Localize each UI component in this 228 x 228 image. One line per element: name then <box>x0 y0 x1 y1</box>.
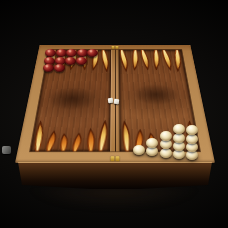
white-checker[interactable] <box>146 138 158 148</box>
white-checker[interactable] <box>160 131 172 141</box>
white-checker[interactable] <box>133 145 145 155</box>
white-checker[interactable] <box>173 124 185 134</box>
white-checker[interactable] <box>186 125 198 135</box>
red-checker[interactable] <box>65 57 76 65</box>
white-checker[interactable] <box>173 133 185 143</box>
red-checker[interactable] <box>45 49 56 57</box>
red-checker[interactable] <box>56 49 67 57</box>
red-checker[interactable] <box>77 49 88 57</box>
red-checker[interactable] <box>54 64 65 72</box>
red-checker[interactable] <box>43 64 54 72</box>
red-checker[interactable] <box>76 57 87 65</box>
pieces-layer <box>0 0 228 228</box>
red-checker[interactable] <box>66 49 77 57</box>
die[interactable] <box>108 97 114 103</box>
photo-backdrop <box>0 0 228 228</box>
die[interactable] <box>113 98 118 103</box>
red-checker[interactable] <box>87 49 98 57</box>
white-checker[interactable] <box>186 134 198 144</box>
